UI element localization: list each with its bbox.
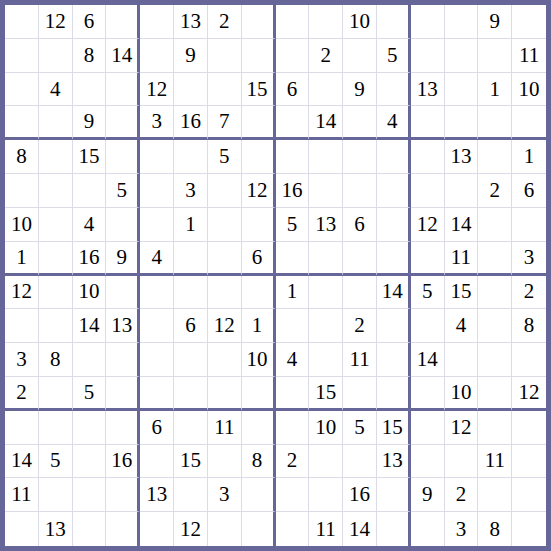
grid-cell-r13c14: 12 — [445, 411, 479, 445]
grid-cell-r6c2[interactable] — [39, 174, 73, 208]
grid-cell-r5c4[interactable] — [106, 140, 140, 174]
given-digit: 3 — [16, 347, 27, 372]
given-digit: 4 — [151, 245, 162, 270]
grid-cell-r1c13[interactable] — [411, 5, 445, 39]
grid-cell-r11c16[interactable] — [512, 343, 546, 377]
grid-cell-r9c12: 14 — [377, 276, 411, 310]
given-digit: 3 — [456, 517, 467, 542]
given-digit: 16 — [111, 448, 132, 473]
grid-cell-r3c12[interactable] — [377, 73, 411, 107]
grid-cell-r4c13[interactable] — [411, 106, 445, 140]
grid-cell-r4c8[interactable] — [242, 106, 276, 140]
grid-cell-r12c6[interactable] — [174, 377, 208, 411]
grid-cell-r7c6: 1 — [174, 208, 208, 242]
grid-cell-r12c10: 15 — [309, 377, 343, 411]
grid-cell-r2c3: 8 — [73, 39, 107, 73]
given-digit: 6 — [287, 77, 298, 102]
grid-cell-r16c8[interactable] — [242, 512, 276, 546]
grid-cell-r10c4: 13 — [106, 309, 140, 343]
given-digit: 10 — [349, 9, 370, 34]
given-digit: 16 — [180, 109, 201, 134]
grid-cell-r2c1[interactable] — [5, 39, 39, 73]
given-digit: 9 — [117, 245, 128, 270]
grid-cell-r5c11[interactable] — [343, 140, 377, 174]
given-digit: 11 — [451, 245, 471, 270]
grid-cell-r7c5[interactable] — [140, 208, 174, 242]
grid-cell-r5c16: 1 — [512, 140, 546, 174]
given-digit: 1 — [524, 144, 535, 169]
grid-cell-r1c1[interactable] — [5, 5, 39, 39]
given-digit: 13 — [111, 313, 132, 338]
grid-cell-r16c10: 11 — [309, 512, 343, 546]
given-digit: 3 — [185, 178, 196, 203]
grid-cell-r1c9[interactable] — [276, 5, 310, 39]
grid-cell-r8c2[interactable] — [39, 242, 73, 276]
grid-cell-r15c3[interactable] — [73, 478, 107, 512]
grid-cell-r4c12: 4 — [377, 106, 411, 140]
grid-cell-r13c6[interactable] — [174, 411, 208, 445]
grid-cell-r14c2: 5 — [39, 445, 73, 479]
grid-cell-r15c9[interactable] — [276, 478, 310, 512]
grid-cell-r6c9: 16 — [276, 174, 310, 208]
grid-cell-r13c2[interactable] — [39, 411, 73, 445]
grid-cell-r3c14[interactable] — [445, 73, 479, 107]
grid-cell-r7c7[interactable] — [208, 208, 242, 242]
given-digit: 8 — [490, 517, 501, 542]
grid-cell-r3c5: 12 — [140, 73, 174, 107]
grid-cell-r10c7: 12 — [208, 309, 242, 343]
grid-cell-r12c16: 12 — [512, 377, 546, 411]
grid-cell-r10c14: 4 — [445, 309, 479, 343]
grid-cell-r12c8[interactable] — [242, 377, 276, 411]
given-digit: 11 — [214, 415, 234, 440]
grid-cell-r2c8[interactable] — [242, 39, 276, 73]
grid-cell-r9c9: 1 — [276, 276, 310, 310]
grid-cell-r15c4[interactable] — [106, 478, 140, 512]
given-digit: 1 — [490, 77, 501, 102]
grid-cell-r7c2[interactable] — [39, 208, 73, 242]
grid-cell-r7c4[interactable] — [106, 208, 140, 242]
grid-cell-r13c4[interactable] — [106, 411, 140, 445]
given-digit: 16 — [349, 482, 370, 507]
grid-cell-r8c10[interactable] — [309, 242, 343, 276]
grid-cell-r9c11[interactable] — [343, 276, 377, 310]
grid-cell-r11c10[interactable] — [309, 343, 343, 377]
grid-cell-r13c11: 5 — [343, 411, 377, 445]
grid-cell-r3c4[interactable] — [106, 73, 140, 107]
grid-cell-r14c3[interactable] — [73, 445, 107, 479]
grid-cell-r3c2: 4 — [39, 73, 73, 107]
given-digit: 7 — [219, 109, 230, 134]
grid-cell-r5c6[interactable] — [174, 140, 208, 174]
grid-cell-r14c11[interactable] — [343, 445, 377, 479]
grid-cell-r14c13[interactable] — [411, 445, 445, 479]
grid-cell-r5c10[interactable] — [309, 140, 343, 174]
given-digit: 5 — [387, 43, 398, 68]
grid-cell-r1c3: 6 — [73, 5, 107, 39]
given-digit: 4 — [84, 212, 95, 237]
grid-cell-r8c1: 1 — [5, 242, 39, 276]
given-digit: 14 — [315, 109, 336, 134]
grid-cell-r14c16[interactable] — [512, 445, 546, 479]
grid-cell-r6c4: 5 — [106, 174, 140, 208]
given-digit: 2 — [219, 9, 230, 34]
grid-cell-r16c1[interactable] — [5, 512, 39, 546]
grid-cell-r1c10[interactable] — [309, 5, 343, 39]
grid-cell-r8c4: 9 — [106, 242, 140, 276]
grid-cell-r8c15[interactable] — [478, 242, 512, 276]
grid-cell-r11c3[interactable] — [73, 343, 107, 377]
given-digit: 11 — [316, 517, 336, 542]
given-digit: 13 — [315, 212, 336, 237]
grid-cell-r15c12[interactable] — [377, 478, 411, 512]
given-digit: 8 — [16, 144, 27, 169]
grid-cell-r1c7: 2 — [208, 5, 242, 39]
grid-cell-r16c11: 14 — [343, 512, 377, 546]
grid-cell-r5c8[interactable] — [242, 140, 276, 174]
grid-cell-r10c11: 2 — [343, 309, 377, 343]
given-digit: 2 — [524, 279, 535, 304]
grid-cell-r12c13[interactable] — [411, 377, 445, 411]
grid-cell-r7c12[interactable] — [377, 208, 411, 242]
grid-cell-r3c13: 13 — [411, 73, 445, 107]
grid-cell-r3c3[interactable] — [73, 73, 107, 107]
given-digit: 14 — [11, 448, 32, 473]
grid-cell-r13c8[interactable] — [242, 411, 276, 445]
grid-cell-r10c10[interactable] — [309, 309, 343, 343]
given-digit: 12 — [417, 212, 438, 237]
grid-cell-r11c6[interactable] — [174, 343, 208, 377]
grid-cell-r4c4[interactable] — [106, 106, 140, 140]
given-digit: 14 — [111, 43, 132, 68]
grid-cell-r9c8[interactable] — [242, 276, 276, 310]
given-digit: 1 — [185, 212, 196, 237]
grid-cell-r11c12[interactable] — [377, 343, 411, 377]
given-digit: 3 — [524, 245, 535, 270]
grid-cell-r12c12[interactable] — [377, 377, 411, 411]
grid-cell-r4c2[interactable] — [39, 106, 73, 140]
grid-cell-r5c13[interactable] — [411, 140, 445, 174]
grid-cell-r16c2: 13 — [39, 512, 73, 546]
given-digit: 11 — [349, 347, 369, 372]
grid-cell-r12c9[interactable] — [276, 377, 310, 411]
grid-cell-r11c4[interactable] — [106, 343, 140, 377]
grid-cell-r1c2: 12 — [39, 5, 73, 39]
grid-cell-r15c15[interactable] — [478, 478, 512, 512]
grid-cell-r12c11[interactable] — [343, 377, 377, 411]
grid-cell-r10c1[interactable] — [5, 309, 39, 343]
grid-cell-r6c3[interactable] — [73, 174, 107, 208]
grid-cell-r8c12[interactable] — [377, 242, 411, 276]
given-digit: 1 — [16, 245, 27, 270]
given-digit: 11 — [11, 482, 31, 507]
grid-cell-r8c9[interactable] — [276, 242, 310, 276]
grid-cell-r12c15[interactable] — [478, 377, 512, 411]
grid-cell-r12c4[interactable] — [106, 377, 140, 411]
grid-cell-r5c15[interactable] — [478, 140, 512, 174]
grid-cell-r10c16: 8 — [512, 309, 546, 343]
grid-cell-r1c6: 13 — [174, 5, 208, 39]
grid-cell-r4c7: 7 — [208, 106, 242, 140]
grid-cell-r13c10: 10 — [309, 411, 343, 445]
grid-cell-r10c2[interactable] — [39, 309, 73, 343]
grid-cell-r13c3[interactable] — [73, 411, 107, 445]
grid-cell-r16c13[interactable] — [411, 512, 445, 546]
grid-cell-r11c15[interactable] — [478, 343, 512, 377]
grid-cell-r15c11: 16 — [343, 478, 377, 512]
grid-cell-r5c12[interactable] — [377, 140, 411, 174]
grid-cell-r2c4: 14 — [106, 39, 140, 73]
grid-cell-r3c1[interactable] — [5, 73, 39, 107]
given-digit: 6 — [354, 212, 365, 237]
given-digit: 12 — [146, 77, 167, 102]
grid-cell-r15c13: 9 — [411, 478, 445, 512]
grid-cell-r4c6: 16 — [174, 106, 208, 140]
grid-cell-r6c10[interactable] — [309, 174, 343, 208]
given-digit: 2 — [320, 43, 331, 68]
grid-cell-r4c11[interactable] — [343, 106, 377, 140]
grid-cell-r6c11[interactable] — [343, 174, 377, 208]
grid-cell-r10c15[interactable] — [478, 309, 512, 343]
grid-cell-r7c11: 6 — [343, 208, 377, 242]
grid-cell-r2c16: 11 — [512, 39, 546, 73]
grid-cell-r13c15[interactable] — [478, 411, 512, 445]
grid-cell-r1c5[interactable] — [140, 5, 174, 39]
grid-cell-r5c7: 5 — [208, 140, 242, 174]
given-digit: 4 — [387, 109, 398, 134]
grid-cell-r14c4: 16 — [106, 445, 140, 479]
grid-cell-r2c5[interactable] — [140, 39, 174, 73]
grid-cell-r2c14[interactable] — [445, 39, 479, 73]
given-digit: 10 — [11, 212, 32, 237]
grid-cell-r9c15[interactable] — [478, 276, 512, 310]
grid-cell-r7c15[interactable] — [478, 208, 512, 242]
grid-cell-r15c16[interactable] — [512, 478, 546, 512]
grid-cell-r6c1[interactable] — [5, 174, 39, 208]
grid-cell-r1c12[interactable] — [377, 5, 411, 39]
grid-cell-r5c9[interactable] — [276, 140, 310, 174]
given-digit: 15 — [450, 279, 471, 304]
grid-cell-r13c9[interactable] — [276, 411, 310, 445]
grid-cell-r14c15: 11 — [478, 445, 512, 479]
grid-cell-r4c10: 14 — [309, 106, 343, 140]
grid-cell-r5c14: 13 — [445, 140, 479, 174]
given-digit: 16 — [281, 178, 302, 203]
grid-cell-r8c13[interactable] — [411, 242, 445, 276]
grid-cell-r13c13[interactable] — [411, 411, 445, 445]
given-digit: 6 — [84, 9, 95, 34]
grid-cell-r2c10: 2 — [309, 39, 343, 73]
grid-cell-r9c10[interactable] — [309, 276, 343, 310]
grid-cell-r8c14: 11 — [445, 242, 479, 276]
grid-cell-r2c9[interactable] — [276, 39, 310, 73]
grid-cell-r6c14[interactable] — [445, 174, 479, 208]
given-digit: 6 — [185, 313, 196, 338]
grid-cell-r3c10[interactable] — [309, 73, 343, 107]
grid-cell-r15c1: 11 — [5, 478, 39, 512]
grid-cell-r16c9[interactable] — [276, 512, 310, 546]
grid-cell-r16c14: 3 — [445, 512, 479, 546]
grid-cell-r11c14[interactable] — [445, 343, 479, 377]
grid-cell-r2c13[interactable] — [411, 39, 445, 73]
given-digit: 5 — [50, 448, 61, 473]
grid-cell-r14c10[interactable] — [309, 445, 343, 479]
grid-cell-r14c5[interactable] — [140, 445, 174, 479]
given-digit: 5 — [219, 144, 230, 169]
grid-cell-r10c6: 6 — [174, 309, 208, 343]
given-digit: 6 — [524, 178, 535, 203]
given-digit: 13 — [417, 77, 438, 102]
given-digit: 14 — [382, 279, 403, 304]
grid-cell-r8c6[interactable] — [174, 242, 208, 276]
grid-cell-r13c1[interactable] — [5, 411, 39, 445]
grid-cell-r14c6: 15 — [174, 445, 208, 479]
grid-cell-r7c14: 14 — [445, 208, 479, 242]
grid-cell-r1c14[interactable] — [445, 5, 479, 39]
grid-cell-r9c2[interactable] — [39, 276, 73, 310]
given-digit: 14 — [349, 517, 370, 542]
grid-cell-r12c2[interactable] — [39, 377, 73, 411]
grid-cell-r5c3: 15 — [73, 140, 107, 174]
given-digit: 9 — [84, 109, 95, 134]
grid-cell-r16c6: 12 — [174, 512, 208, 546]
grid-cell-r12c14: 10 — [445, 377, 479, 411]
grid-cell-r7c10: 13 — [309, 208, 343, 242]
grid-cell-r8c7[interactable] — [208, 242, 242, 276]
grid-cell-r1c4[interactable] — [106, 5, 140, 39]
grid-cell-r9c7[interactable] — [208, 276, 242, 310]
grid-cell-r9c4[interactable] — [106, 276, 140, 310]
grid-cell-r4c16[interactable] — [512, 106, 546, 140]
grid-cell-r4c15[interactable] — [478, 106, 512, 140]
grid-cell-r3c9: 6 — [276, 73, 310, 107]
grid-cell-r6c7[interactable] — [208, 174, 242, 208]
given-digit: 13 — [180, 9, 201, 34]
given-digit: 4 — [287, 347, 298, 372]
grid-cell-r13c16[interactable] — [512, 411, 546, 445]
given-digit: 2 — [287, 448, 298, 473]
grid-cell-r2c7[interactable] — [208, 39, 242, 73]
given-digit: 16 — [79, 245, 100, 270]
grid-cell-r6c12[interactable] — [377, 174, 411, 208]
grid-cell-r2c2[interactable] — [39, 39, 73, 73]
grid-cell-r14c1: 14 — [5, 445, 39, 479]
grid-cell-r4c9[interactable] — [276, 106, 310, 140]
grid-cell-r9c16: 2 — [512, 276, 546, 310]
grid-cell-r16c15: 8 — [478, 512, 512, 546]
grid-cell-r15c2[interactable] — [39, 478, 73, 512]
given-digit: 13 — [450, 144, 471, 169]
grid-cell-r10c13[interactable] — [411, 309, 445, 343]
grid-cell-r15c5: 13 — [140, 478, 174, 512]
grid-cell-r15c7: 3 — [208, 478, 242, 512]
grid-cell-r5c2[interactable] — [39, 140, 73, 174]
grid-cell-r8c8: 6 — [242, 242, 276, 276]
given-digit: 15 — [382, 415, 403, 440]
grid-cell-r10c3: 14 — [73, 309, 107, 343]
grid-cell-r10c8: 1 — [242, 309, 276, 343]
given-digit: 4 — [50, 77, 61, 102]
grid-cell-r6c15: 2 — [478, 174, 512, 208]
given-digit: 4 — [456, 313, 467, 338]
grid-cell-r7c8[interactable] — [242, 208, 276, 242]
grid-cell-r3c6[interactable] — [174, 73, 208, 107]
given-digit: 1 — [287, 279, 298, 304]
grid-cell-r15c8[interactable] — [242, 478, 276, 512]
grid-cell-r8c11[interactable] — [343, 242, 377, 276]
grid-cell-r14c8: 8 — [242, 445, 276, 479]
grid-cell-r10c9[interactable] — [276, 309, 310, 343]
given-digit: 12 — [11, 279, 32, 304]
given-digit: 10 — [79, 279, 100, 304]
grid-cell-r4c14[interactable] — [445, 106, 479, 140]
given-digit: 14 — [417, 347, 438, 372]
grid-cell-r15c10[interactable] — [309, 478, 343, 512]
grid-cell-r3c16: 10 — [512, 73, 546, 107]
grid-cell-r16c4[interactable] — [106, 512, 140, 546]
grid-cell-r1c16[interactable] — [512, 5, 546, 39]
grid-cell-r9c6[interactable] — [174, 276, 208, 310]
grid-cell-r3c11: 9 — [343, 73, 377, 107]
given-digit: 14 — [79, 313, 100, 338]
given-digit: 3 — [219, 482, 230, 507]
grid-cell-r16c16[interactable] — [512, 512, 546, 546]
given-digit: 2 — [354, 313, 365, 338]
given-digit: 13 — [146, 482, 167, 507]
grid-cell-r6c5[interactable] — [140, 174, 174, 208]
grid-cell-r5c5[interactable] — [140, 140, 174, 174]
given-digit: 5 — [117, 178, 128, 203]
grid-cell-r6c13[interactable] — [411, 174, 445, 208]
grid-cell-r3c7[interactable] — [208, 73, 242, 107]
grid-cell-r14c9: 2 — [276, 445, 310, 479]
given-digit: 10 — [315, 415, 336, 440]
grid-cell-r16c12[interactable] — [377, 512, 411, 546]
grid-cell-r16c3[interactable] — [73, 512, 107, 546]
grid-cell-r16c7[interactable] — [208, 512, 242, 546]
grid-cell-r2c15[interactable] — [478, 39, 512, 73]
grid-cell-r14c7[interactable] — [208, 445, 242, 479]
grid-cell-r4c1[interactable] — [5, 106, 39, 140]
grid-cell-r12c5[interactable] — [140, 377, 174, 411]
grid-cell-r10c12[interactable] — [377, 309, 411, 343]
grid-cell-r11c5[interactable] — [140, 343, 174, 377]
grid-cell-r11c7[interactable] — [208, 343, 242, 377]
grid-cell-r9c1: 12 — [5, 276, 39, 310]
grid-cell-r15c14: 2 — [445, 478, 479, 512]
grid-cell-r12c7[interactable] — [208, 377, 242, 411]
given-digit: 3 — [151, 109, 162, 134]
grid-cell-r3c15: 1 — [478, 73, 512, 107]
grid-cell-r14c14[interactable] — [445, 445, 479, 479]
grid-cell-r1c8[interactable] — [242, 5, 276, 39]
grid-cell-r7c16[interactable] — [512, 208, 546, 242]
grid-cell-r2c12: 5 — [377, 39, 411, 73]
grid-cell-r9c5[interactable] — [140, 276, 174, 310]
grid-cell-r10c5[interactable] — [140, 309, 174, 343]
grid-cell-r9c13: 5 — [411, 276, 445, 310]
grid-cell-r9c3: 10 — [73, 276, 107, 310]
grid-cell-r12c3: 5 — [73, 377, 107, 411]
given-digit: 11 — [519, 43, 539, 68]
grid-cell-r11c8: 10 — [242, 343, 276, 377]
grid-cell-r2c11[interactable] — [343, 39, 377, 73]
grid-cell-r1c11: 10 — [343, 5, 377, 39]
grid-cell-r15c6[interactable] — [174, 478, 208, 512]
grid-cell-r16c5[interactable] — [140, 512, 174, 546]
given-digit: 6 — [252, 245, 263, 270]
given-digit: 11 — [485, 448, 505, 473]
